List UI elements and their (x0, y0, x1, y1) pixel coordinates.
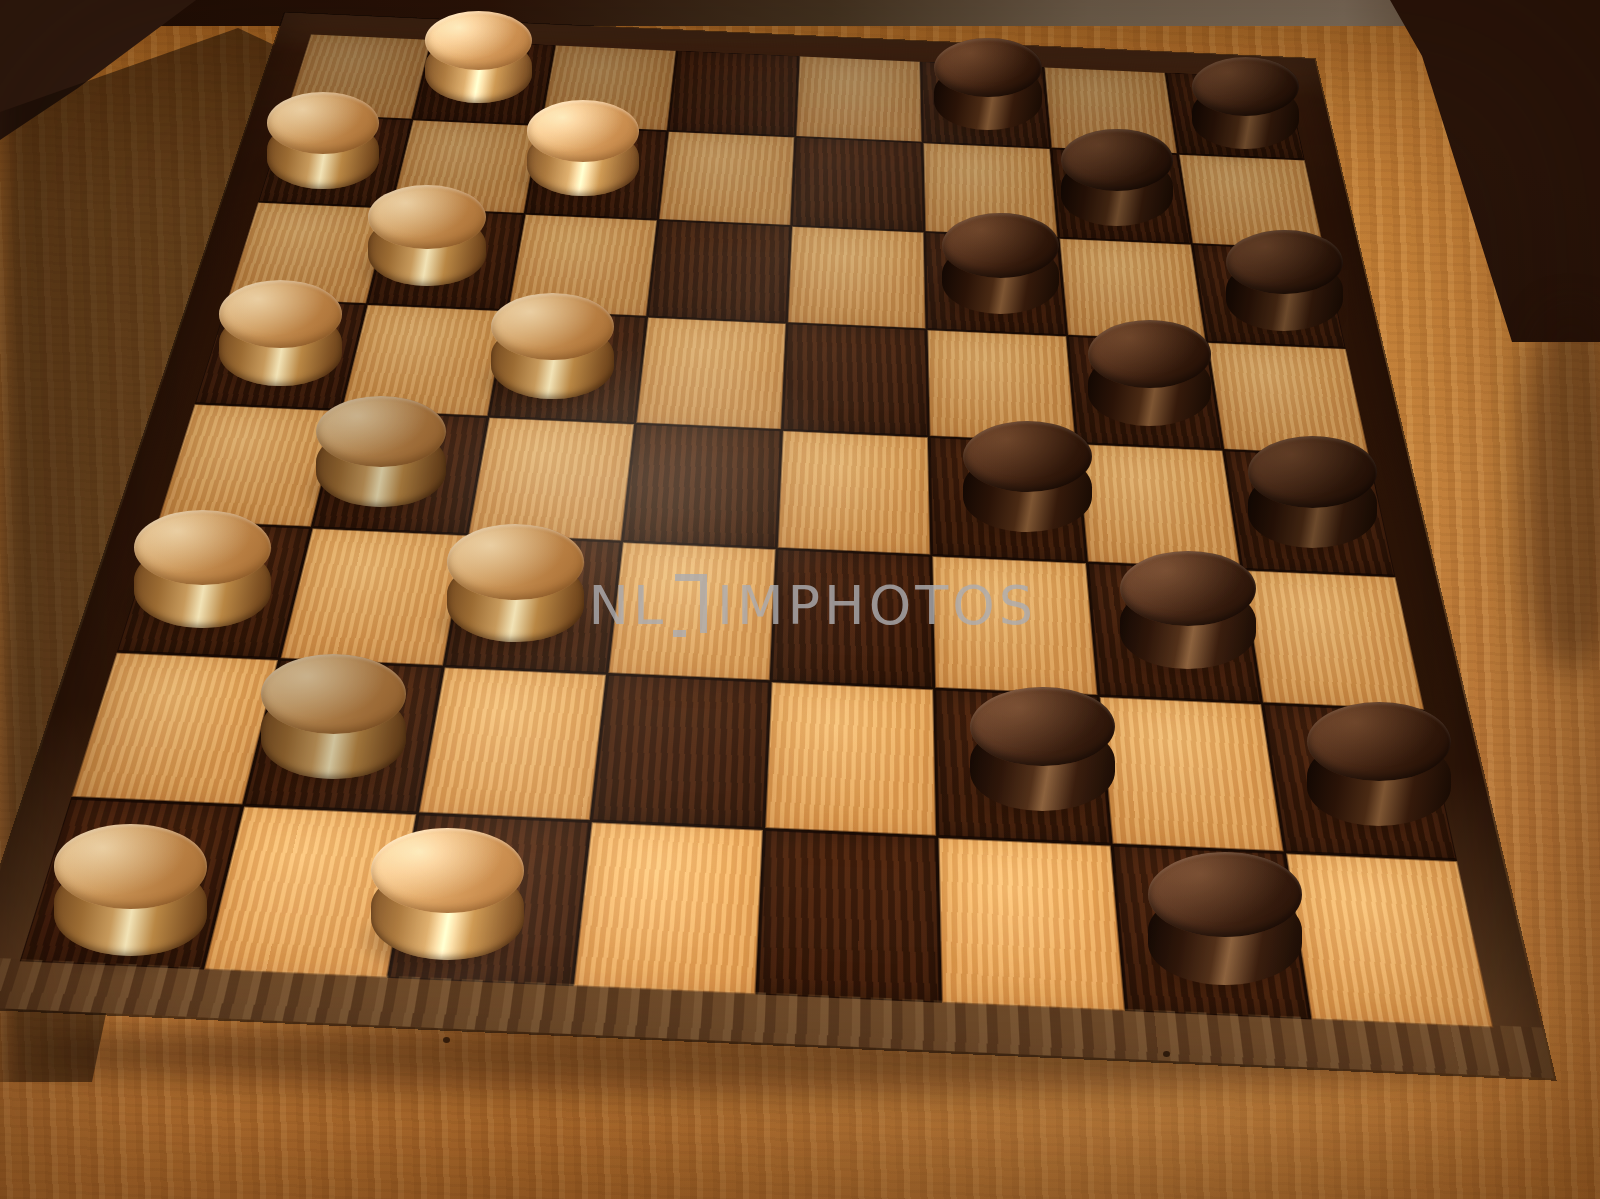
light-man-r1c2[interactable]: ⛀ (425, 11, 532, 103)
checkers-photo: ⛀⛂⛂⛀⛀⛂⛀⛂⛂⛀⛀⛂⛀⛂⛂⛀⛀⛂⛀⛂⛂⛀⛀⛂ UNLIMPHOTOS (0, 0, 1600, 1199)
square-r5c3-light[interactable] (468, 418, 634, 541)
dark-man-r1c8[interactable]: ⛂ (1192, 57, 1299, 149)
piece-top (371, 828, 525, 913)
square-r3c4-dark[interactable] (648, 220, 790, 322)
piece-top (447, 524, 584, 599)
dark-man-r3c6[interactable]: ⛂ (942, 213, 1059, 314)
piece-top (368, 185, 485, 250)
square-r8c8-light[interactable] (1286, 853, 1494, 1027)
watermark-logo-icon (675, 574, 707, 633)
piece-top (54, 824, 208, 909)
frame-nail-dot (443, 1037, 450, 1043)
square-r1c4-dark[interactable] (669, 51, 799, 137)
square-r8c5-dark[interactable] (758, 830, 940, 1003)
piece-top (1248, 436, 1378, 507)
light-man-r3c2[interactable]: ⛀ (368, 185, 485, 286)
light-man-r2c1[interactable]: ⛀ (267, 92, 379, 188)
light-man-r5c2[interactable]: ⛀ (316, 396, 446, 508)
piece-top (527, 100, 639, 162)
watermark: UNLIMPHOTOS (545, 574, 1037, 633)
light-man-r8c3[interactable]: ⛀ (371, 828, 525, 960)
square-r6c8-light[interactable] (1242, 570, 1424, 709)
light-man-r4c1[interactable]: ⛀ (219, 280, 342, 386)
piece-top (491, 293, 614, 361)
dark-man-r6c7[interactable]: ⛂ (1120, 551, 1257, 669)
light-man-r2c3[interactable]: ⛀ (527, 100, 639, 196)
light-man-r4c3[interactable]: ⛀ (491, 293, 614, 399)
piece-top (970, 687, 1115, 767)
square-r7c5-light[interactable] (765, 682, 936, 836)
piece-top (134, 510, 271, 585)
piece-top (1120, 551, 1257, 626)
piece-top (219, 280, 342, 348)
dark-man-r7c8[interactable]: ⛂ (1307, 702, 1452, 827)
dark-man-r5c8[interactable]: ⛂ (1248, 436, 1378, 548)
square-r4c5-dark[interactable] (783, 324, 928, 436)
piece-top (1061, 129, 1173, 191)
piece-top (1088, 320, 1211, 388)
piece-top (942, 213, 1059, 278)
dark-man-r1c6[interactable]: ⛂ (934, 38, 1041, 130)
piece-top (1192, 57, 1299, 116)
square-r8c6-light[interactable] (939, 838, 1125, 1011)
dark-man-r8c7[interactable]: ⛂ (1148, 852, 1302, 984)
piece-top (1226, 230, 1343, 295)
square-r5c5-light[interactable] (778, 431, 931, 555)
square-r8c4-light[interactable] (573, 822, 763, 994)
dark-man-r2c7[interactable]: ⛂ (1061, 129, 1173, 225)
light-man-r6c3[interactable]: ⛀ (447, 524, 584, 642)
piece-top (1148, 852, 1302, 937)
piece-top (1307, 702, 1452, 782)
square-r1c5-light[interactable] (796, 56, 922, 142)
dark-man-r7c6[interactable]: ⛂ (970, 687, 1115, 812)
square-r2c4-light[interactable] (659, 132, 795, 225)
watermark-text-right: IMPHOTOS (717, 574, 1037, 637)
piece-top (267, 92, 379, 154)
light-man-r7c2[interactable]: ⛀ (261, 654, 406, 779)
light-man-r8c1[interactable]: ⛀ (54, 824, 208, 956)
dark-man-r3c8[interactable]: ⛂ (1226, 230, 1343, 331)
square-r7c4-dark[interactable] (592, 674, 770, 827)
light-man-r6c1[interactable]: ⛀ (134, 510, 271, 628)
piece-top (963, 421, 1093, 492)
square-r3c5-light[interactable] (788, 226, 926, 328)
square-r7c7-light[interactable] (1099, 696, 1283, 851)
dark-man-r5c6[interactable]: ⛂ (963, 421, 1093, 533)
frame-nail-dot (1163, 1051, 1170, 1057)
square-r5c4-dark[interactable] (623, 424, 781, 548)
square-r7c3-light[interactable] (418, 667, 606, 820)
piece-top (425, 11, 532, 70)
square-r2c5-dark[interactable] (792, 137, 924, 231)
piece-top (261, 654, 406, 734)
square-r4c4-light[interactable] (636, 317, 786, 429)
dark-man-r4c7[interactable]: ⛂ (1088, 320, 1211, 426)
piece-top (934, 38, 1041, 97)
piece-top (316, 396, 446, 467)
